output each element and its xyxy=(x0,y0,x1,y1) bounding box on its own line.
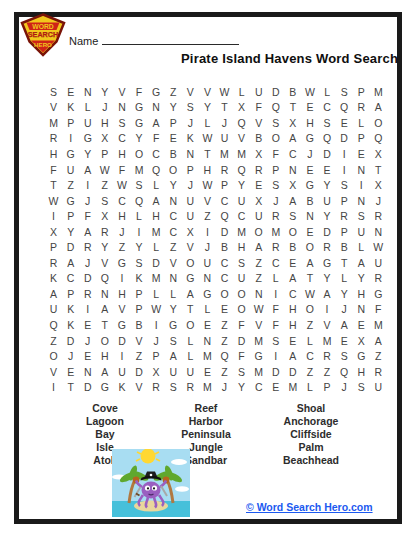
grid-cell: L xyxy=(199,115,216,131)
grid-cell: R xyxy=(336,208,353,224)
grid-cell: Z xyxy=(250,255,267,271)
grid-cell: E xyxy=(267,379,284,395)
grid-cell: Y xyxy=(336,286,353,302)
grid-cell: G xyxy=(370,286,387,302)
grid-cell: H xyxy=(148,208,165,224)
grid-cell: C xyxy=(301,348,318,364)
grid-cell: R xyxy=(182,379,199,395)
grid-cell: G xyxy=(250,348,267,364)
grid-cell: H xyxy=(45,146,62,162)
grid-cell: P xyxy=(130,286,147,302)
grid-cell: G xyxy=(130,100,147,116)
grid-cell: Q xyxy=(336,100,353,116)
grid-cell: I xyxy=(62,131,79,147)
grid-cell: F xyxy=(79,208,96,224)
grid-cell: Z xyxy=(301,364,318,380)
word-item: Beachhead xyxy=(256,454,366,467)
grid-cell: H xyxy=(353,364,370,380)
grid-cell: A xyxy=(319,286,336,302)
grid-cell: V xyxy=(319,317,336,333)
grid-cell: F xyxy=(113,162,130,178)
word-item: Cliffside xyxy=(256,428,366,441)
grid-cell: T xyxy=(216,100,233,116)
word-item: Cove xyxy=(55,402,155,415)
grid-cell: Y xyxy=(165,177,182,193)
grid-cell: J xyxy=(62,348,79,364)
grid-cell: J xyxy=(301,146,318,162)
grid-cell: N xyxy=(199,271,216,287)
grid-cell: Q xyxy=(233,115,250,131)
grid-cell: M xyxy=(250,364,267,380)
grid-cell: R xyxy=(250,162,267,178)
grid-cell: U xyxy=(233,193,250,209)
word-item: Peninsula xyxy=(156,428,256,441)
grid-cell: M xyxy=(284,379,301,395)
grid-cell: R xyxy=(370,271,387,287)
grid-cell: J xyxy=(216,115,233,131)
grid-cell: X xyxy=(284,177,301,193)
grid-cell: M xyxy=(130,162,147,178)
grid-cell: Q xyxy=(45,317,62,333)
grid-cell: C xyxy=(113,131,130,147)
word-item: Lagoon xyxy=(55,415,155,428)
grid-cell: C xyxy=(216,193,233,209)
grid-cell: B xyxy=(216,239,233,255)
grid-cell: E xyxy=(199,364,216,380)
logo-text-word: WORD xyxy=(32,23,54,30)
grid-cell: V xyxy=(130,333,147,349)
grid-cell: U xyxy=(199,255,216,271)
grid-cell: Q xyxy=(370,131,387,147)
grid-cell: D xyxy=(79,271,96,287)
grid-cell: N xyxy=(353,162,370,178)
grid-cell: H xyxy=(113,208,130,224)
grid-cell: C xyxy=(267,255,284,271)
grid-cell: O xyxy=(45,348,62,364)
grid-cell: B xyxy=(250,131,267,147)
grid-cell: A xyxy=(284,348,301,364)
word-item: Shoal xyxy=(256,402,366,415)
grid-cell: T xyxy=(284,100,301,116)
grid-cell: Q xyxy=(267,100,284,116)
grid-cell: P xyxy=(62,286,79,302)
grid-cell: J xyxy=(96,100,113,116)
grid-cell: Y xyxy=(319,208,336,224)
grid-cell: Z xyxy=(45,333,62,349)
grid-cell: Y xyxy=(319,271,336,287)
name-row: Name xyxy=(69,33,239,47)
grid-cell: N xyxy=(165,271,182,287)
grid-cell: O xyxy=(165,162,182,178)
grid-cell: O xyxy=(250,224,267,240)
grid-cell: H xyxy=(96,115,113,131)
grid-cell: T xyxy=(96,317,113,333)
word-column: ShoalAnchorageCliffsidePalmBeachhead xyxy=(256,402,366,467)
grid-cell: L xyxy=(319,84,336,100)
grid-cell: S xyxy=(165,333,182,349)
grid-cell: E xyxy=(319,162,336,178)
grid-cell: X xyxy=(370,146,387,162)
word-item: Palm xyxy=(256,441,366,454)
grid-cell: A xyxy=(284,131,301,147)
grid-cell: B xyxy=(130,317,147,333)
grid-cell: U xyxy=(216,131,233,147)
grid-cell: T xyxy=(301,271,318,287)
grid-cell: M xyxy=(199,348,216,364)
grid-cell: M xyxy=(319,333,336,349)
grid-cell: O xyxy=(284,224,301,240)
grid-cell: Y xyxy=(96,239,113,255)
grid-cell: E xyxy=(165,131,182,147)
grid-cell: U xyxy=(62,162,79,178)
grid-cell: P xyxy=(336,224,353,240)
grid-cell: Z xyxy=(216,364,233,380)
grid-cell: V xyxy=(113,84,130,100)
grid-cell: C xyxy=(233,208,250,224)
grid-cell: H xyxy=(301,115,318,131)
grid-cell: P xyxy=(45,239,62,255)
grid-cell: I xyxy=(353,177,370,193)
grid-cell: D xyxy=(233,333,250,349)
grid-cell: M xyxy=(216,146,233,162)
grid-cell: A xyxy=(336,317,353,333)
grid-cell: N xyxy=(165,193,182,209)
name-label: Name xyxy=(69,35,98,47)
grid-cell: V xyxy=(199,84,216,100)
grid-cell: Z xyxy=(370,348,387,364)
grid-cell: R xyxy=(79,239,96,255)
grid-cell: I xyxy=(267,286,284,302)
grid-cell: P xyxy=(336,193,353,209)
grid-cell: Z xyxy=(165,84,182,100)
grid-cell: H xyxy=(284,317,301,333)
grid-cell: J xyxy=(113,224,130,240)
grid-cell: F xyxy=(267,317,284,333)
word-item: Reef xyxy=(156,402,256,415)
grid-cell: C xyxy=(319,100,336,116)
grid-cell: R xyxy=(216,162,233,178)
grid-cell: R xyxy=(96,224,113,240)
grid-cell: S xyxy=(96,193,113,209)
grid-cell: G xyxy=(199,286,216,302)
grid-cell: T xyxy=(199,146,216,162)
grid-cell: A xyxy=(182,286,199,302)
grid-cell: S xyxy=(336,177,353,193)
grid-cell: P xyxy=(62,208,79,224)
grid-cell: S xyxy=(267,177,284,193)
grid-cell: L xyxy=(79,100,96,116)
grid-cell: F xyxy=(45,162,62,178)
grid-cell: W xyxy=(199,177,216,193)
grid-cell: A xyxy=(353,255,370,271)
grid-cell: P xyxy=(353,84,370,100)
grid-cell: D xyxy=(79,379,96,395)
grid-cell: K xyxy=(62,317,79,333)
grid-cell: U xyxy=(370,255,387,271)
grid-cell: R xyxy=(353,100,370,116)
grid-cell: L xyxy=(267,271,284,287)
grid-cell: A xyxy=(370,100,387,116)
grid-cell: Z xyxy=(216,317,233,333)
grid-cell: A xyxy=(148,115,165,131)
grid-cell: I xyxy=(336,146,353,162)
grid-cell: U xyxy=(45,302,62,318)
grid-cell: J xyxy=(182,177,199,193)
grid-cell: T xyxy=(336,255,353,271)
grid-cell: V xyxy=(165,255,182,271)
grid-cell: P xyxy=(216,177,233,193)
grid-cell: Y xyxy=(130,239,147,255)
grid-cell: P xyxy=(130,302,147,318)
grid-cell: J xyxy=(148,333,165,349)
grid-cell: U xyxy=(233,271,250,287)
grid-cell: M xyxy=(233,146,250,162)
grid-cell: N xyxy=(96,286,113,302)
grid-cell: R xyxy=(319,239,336,255)
grid-cell: O xyxy=(182,317,199,333)
grid-cell: W xyxy=(301,286,318,302)
grid-cell: C xyxy=(62,271,79,287)
grid-cell: E xyxy=(301,162,318,178)
grid-cell: M xyxy=(250,333,267,349)
grid-cell: D xyxy=(267,84,284,100)
grid-cell: X xyxy=(284,115,301,131)
grid-cell: Y xyxy=(165,100,182,116)
grid-cell: R xyxy=(267,239,284,255)
grid-cell: A xyxy=(165,348,182,364)
grid-cell: L xyxy=(148,286,165,302)
grid-cell: A xyxy=(370,333,387,349)
grid-cell: S xyxy=(165,379,182,395)
grid-cell: U xyxy=(250,84,267,100)
grid-cell: A xyxy=(148,193,165,209)
grid-cell: B xyxy=(301,193,318,209)
grid-cell: O xyxy=(216,286,233,302)
grid-cell: S xyxy=(130,177,147,193)
grid-cell: V xyxy=(182,239,199,255)
grid-cell: E xyxy=(353,146,370,162)
grid-cell: F xyxy=(233,317,250,333)
grid-cell: I xyxy=(45,208,62,224)
grid-cell: S xyxy=(336,348,353,364)
grid-cell: L xyxy=(148,239,165,255)
grid-cell: B xyxy=(284,84,301,100)
grid-cell: N xyxy=(370,224,387,240)
grid-cell: S xyxy=(284,208,301,224)
letter-grid: SENYVFGZVVWLUDBWLSPMVKLJNGNYSYTXFQTECQRA… xyxy=(45,84,387,395)
grid-cell: M xyxy=(370,84,387,100)
grid-cell: Z xyxy=(113,239,130,255)
grid-cell: O xyxy=(130,146,147,162)
grid-cell: X xyxy=(148,364,165,380)
grid-cell: R xyxy=(45,255,62,271)
grid-cell: J xyxy=(199,239,216,255)
grid-cell: I xyxy=(79,177,96,193)
grid-cell: D xyxy=(319,146,336,162)
grid-cell: L xyxy=(165,286,182,302)
grid-cell: L xyxy=(353,115,370,131)
grid-cell: Q xyxy=(96,271,113,287)
pirate-octopus-island-icon xyxy=(112,449,190,517)
grid-cell: X xyxy=(353,333,370,349)
grid-cell: C xyxy=(113,193,130,209)
grid-cell: K xyxy=(45,271,62,287)
grid-cell: Z xyxy=(250,271,267,287)
grid-cell: Z xyxy=(199,208,216,224)
grid-cell: G xyxy=(182,271,199,287)
grid-cell: X xyxy=(96,208,113,224)
grid-cell: L xyxy=(301,333,318,349)
grid-cell: E xyxy=(336,333,353,349)
grid-cell: S xyxy=(267,333,284,349)
grid-cell: E xyxy=(79,317,96,333)
grid-cell: U xyxy=(182,364,199,380)
grid-cell: F xyxy=(233,348,250,364)
grid-cell: D xyxy=(336,131,353,147)
grid-cell: G xyxy=(165,317,182,333)
grid-cell: J xyxy=(336,379,353,395)
grid-cell: E xyxy=(62,84,79,100)
grid-cell: V xyxy=(250,317,267,333)
puzzle-title: Pirate Island Havens Word Search xyxy=(181,51,398,66)
grid-cell: P xyxy=(165,115,182,131)
grid-cell: L xyxy=(233,84,250,100)
grid-cell: W xyxy=(148,302,165,318)
grid-cell: E xyxy=(336,115,353,131)
grid-cell: Z xyxy=(62,177,79,193)
grid-cell: S xyxy=(336,84,353,100)
grid-cell: D xyxy=(319,224,336,240)
grid-cell: S xyxy=(233,364,250,380)
grid-cell: S xyxy=(130,255,147,271)
grid-cell: K xyxy=(62,302,79,318)
grid-cell: S xyxy=(267,115,284,131)
grid-cell: K xyxy=(113,379,130,395)
grid-cell: W xyxy=(199,131,216,147)
grid-cell: S xyxy=(353,379,370,395)
grid-cell: E xyxy=(284,255,301,271)
grid-cell: G xyxy=(113,255,130,271)
grid-cell: H xyxy=(113,146,130,162)
grid-cell: M xyxy=(370,317,387,333)
grid-cell: W xyxy=(370,239,387,255)
grid-cell: G xyxy=(62,146,79,162)
grid-cell: L xyxy=(130,208,147,224)
grid-cell: X xyxy=(250,193,267,209)
grid-cell: V xyxy=(45,100,62,116)
grid-cell: N xyxy=(79,84,96,100)
grid-cell: O xyxy=(233,286,250,302)
grid-cell: K xyxy=(62,100,79,116)
grid-cell: F xyxy=(148,131,165,147)
grid-cell: T xyxy=(182,302,199,318)
grid-cell: P xyxy=(319,379,336,395)
grid-cell: P xyxy=(62,115,79,131)
word-search-hero-link[interactable]: © Word Search Hero.com xyxy=(246,501,373,513)
grid-cell: O xyxy=(96,333,113,349)
grid-cell: I xyxy=(148,317,165,333)
grid-cell: X xyxy=(250,146,267,162)
grid-cell: B xyxy=(336,239,353,255)
grid-cell: H xyxy=(113,286,130,302)
grid-cell: Z xyxy=(319,364,336,380)
grid-cell: F xyxy=(267,302,284,318)
grid-cell: A xyxy=(96,302,113,318)
grid-cell: G xyxy=(301,177,318,193)
grid-cell: C xyxy=(165,224,182,240)
grid-cell: T xyxy=(370,162,387,178)
grid-cell: Y xyxy=(233,379,250,395)
grid-cell: L xyxy=(182,348,199,364)
grid-cell: F xyxy=(130,84,147,100)
grid-cell: E xyxy=(199,317,216,333)
grid-cell: J xyxy=(216,379,233,395)
grid-cell: H xyxy=(199,162,216,178)
grid-cell: N xyxy=(301,208,318,224)
grid-cell: J xyxy=(79,333,96,349)
grid-cell: Y xyxy=(62,224,79,240)
grid-cell: I xyxy=(319,302,336,318)
grid-cell: I xyxy=(113,348,130,364)
grid-cell: E xyxy=(301,100,318,116)
grid-cell: O xyxy=(370,115,387,131)
grid-cell: G xyxy=(96,379,113,395)
grid-cell: I xyxy=(113,271,130,287)
grid-cell: U xyxy=(165,364,182,380)
grid-cell: V xyxy=(182,84,199,100)
grid-cell: F xyxy=(250,100,267,116)
grid-cell: N xyxy=(199,333,216,349)
grid-cell: Z xyxy=(165,239,182,255)
grid-cell: J xyxy=(79,193,96,209)
grid-cell: Y xyxy=(233,177,250,193)
grid-cell: V xyxy=(250,115,267,131)
grid-cell: R xyxy=(370,208,387,224)
grid-cell: P xyxy=(353,131,370,147)
grid-cell: N xyxy=(353,193,370,209)
grid-cell: J xyxy=(182,115,199,131)
grid-cell: O xyxy=(233,302,250,318)
grid-cell: Z xyxy=(301,317,318,333)
grid-cell: C xyxy=(284,146,301,162)
grid-cell: V xyxy=(199,193,216,209)
grid-cell: N xyxy=(113,100,130,116)
grid-cell: I xyxy=(79,302,96,318)
grid-cell: P xyxy=(267,162,284,178)
grid-cell: A xyxy=(301,255,318,271)
grid-cell: K xyxy=(182,131,199,147)
grid-cell: R xyxy=(319,348,336,364)
grid-cell: Q xyxy=(233,162,250,178)
grid-cell: C xyxy=(250,379,267,395)
grid-cell: G xyxy=(113,317,130,333)
grid-cell: U xyxy=(113,364,130,380)
grid-cell: Y xyxy=(319,177,336,193)
grid-cell: S xyxy=(353,208,370,224)
grid-cell: P xyxy=(148,348,165,364)
grid-cell: A xyxy=(284,193,301,209)
logo-text-hero: HERO xyxy=(34,41,52,48)
grid-cell: X xyxy=(182,224,199,240)
grid-cell: X xyxy=(45,224,62,240)
grid-cell: P xyxy=(182,162,199,178)
grid-cell: C xyxy=(284,286,301,302)
grid-cell: M xyxy=(199,379,216,395)
grid-cell: O xyxy=(267,131,284,147)
grid-cell: H xyxy=(353,286,370,302)
grid-cell: I xyxy=(130,224,147,240)
grid-cell: A xyxy=(284,271,301,287)
